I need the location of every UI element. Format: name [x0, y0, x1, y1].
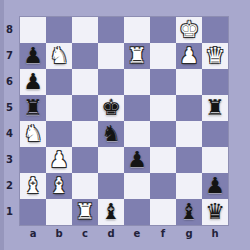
square-e3[interactable]: ♟: [124, 147, 150, 173]
black-bishop-d1[interactable]: ♝: [98, 199, 124, 225]
square-a5[interactable]: ♜: [20, 95, 46, 121]
file-label-e: e: [124, 225, 150, 243]
square-c3[interactable]: [72, 147, 98, 173]
square-e6[interactable]: [124, 69, 150, 95]
file-label-d: d: [98, 225, 124, 243]
file-label-f: f: [150, 225, 176, 243]
square-c6[interactable]: [72, 69, 98, 95]
square-g4[interactable]: [176, 121, 202, 147]
square-e2[interactable]: [124, 173, 150, 199]
square-d7[interactable]: [98, 43, 124, 69]
square-c2[interactable]: [72, 173, 98, 199]
square-c1[interactable]: ♜: [72, 199, 98, 225]
black-pawn-a7[interactable]: ♟: [20, 43, 46, 69]
square-g6[interactable]: [176, 69, 202, 95]
white-knight-b7[interactable]: ♞: [46, 43, 72, 69]
file-labels: abcdefgh: [20, 225, 228, 243]
black-pawn-e3[interactable]: ♟: [124, 147, 150, 173]
square-b7[interactable]: ♞: [46, 43, 72, 69]
square-d3[interactable]: [98, 147, 124, 173]
square-a4[interactable]: ♞: [20, 121, 46, 147]
square-d2[interactable]: [98, 173, 124, 199]
square-b3[interactable]: ♟: [46, 147, 72, 173]
file-label-b: b: [46, 225, 72, 243]
square-d8[interactable]: [98, 17, 124, 43]
square-c8[interactable]: [72, 17, 98, 43]
square-h5[interactable]: ♜: [202, 95, 228, 121]
white-bishop-a2[interactable]: ♝: [20, 173, 46, 199]
square-d6[interactable]: [98, 69, 124, 95]
square-b5[interactable]: [46, 95, 72, 121]
square-g1[interactable]: ♝: [176, 199, 202, 225]
rank-label-4: 4: [0, 121, 19, 147]
square-g2[interactable]: [176, 173, 202, 199]
rank-label-5: 5: [0, 95, 19, 121]
rank-label-6: 6: [0, 69, 19, 95]
square-h4[interactable]: [202, 121, 228, 147]
square-d4[interactable]: ♞: [98, 121, 124, 147]
square-a8[interactable]: [20, 17, 46, 43]
square-e7[interactable]: ♜: [124, 43, 150, 69]
file-label-a: a: [20, 225, 46, 243]
square-e4[interactable]: [124, 121, 150, 147]
square-f6[interactable]: [150, 69, 176, 95]
square-f8[interactable]: [150, 17, 176, 43]
black-rook-a5[interactable]: ♜: [20, 95, 46, 121]
square-a6[interactable]: ♟: [20, 69, 46, 95]
rank-label-8: 8: [0, 17, 19, 43]
rank-labels: 87654321: [0, 17, 19, 225]
black-pawn-a6[interactable]: ♟: [20, 69, 46, 95]
black-rook-h5[interactable]: ♜: [202, 95, 228, 121]
square-c4[interactable]: [72, 121, 98, 147]
square-f3[interactable]: [150, 147, 176, 173]
square-h6[interactable]: [202, 69, 228, 95]
square-f4[interactable]: [150, 121, 176, 147]
square-b6[interactable]: [46, 69, 72, 95]
square-b2[interactable]: ♝: [46, 173, 72, 199]
square-f1[interactable]: [150, 199, 176, 225]
square-c5[interactable]: [72, 95, 98, 121]
square-a7[interactable]: ♟: [20, 43, 46, 69]
square-g7[interactable]: ♟: [176, 43, 202, 69]
square-e8[interactable]: [124, 17, 150, 43]
file-label-c: c: [72, 225, 98, 243]
square-e5[interactable]: [124, 95, 150, 121]
square-b1[interactable]: [46, 199, 72, 225]
white-rook-e7[interactable]: ♜: [124, 43, 150, 69]
square-g3[interactable]: [176, 147, 202, 173]
square-h3[interactable]: [202, 147, 228, 173]
chess-board: ♚♟♞♜♟♛♟♜♚♜♞♞♟♟♝♝♟♜♝♝♛: [20, 17, 228, 225]
chess-board-screenshot: 87654321 ♚♟♞♜♟♛♟♜♚♜♞♞♟♟♝♝♟♜♝♝♛ abcdefgh: [0, 0, 250, 250]
black-bishop-g1[interactable]: ♝: [176, 199, 202, 225]
rank-label-2: 2: [0, 173, 19, 199]
rank-label-1: 1: [0, 199, 19, 225]
square-c7[interactable]: [72, 43, 98, 69]
white-queen-h7[interactable]: ♛: [202, 43, 228, 69]
square-h1[interactable]: ♛: [202, 199, 228, 225]
white-pawn-g7[interactable]: ♟: [176, 43, 202, 69]
white-king-g8[interactable]: ♚: [176, 17, 202, 43]
black-queen-h1[interactable]: ♛: [202, 199, 228, 225]
rank-label-7: 7: [0, 43, 19, 69]
white-knight-a4[interactable]: ♞: [20, 121, 46, 147]
square-d5[interactable]: ♚: [98, 95, 124, 121]
white-pawn-b3[interactable]: ♟: [46, 147, 72, 173]
black-pawn-h2[interactable]: ♟: [202, 173, 228, 199]
black-king-d5[interactable]: ♚: [98, 95, 124, 121]
square-e1[interactable]: [124, 199, 150, 225]
square-g8[interactable]: ♚: [176, 17, 202, 43]
square-h2[interactable]: ♟: [202, 173, 228, 199]
square-h7[interactable]: ♛: [202, 43, 228, 69]
white-bishop-b2[interactable]: ♝: [46, 173, 72, 199]
black-knight-d4[interactable]: ♞: [98, 121, 124, 147]
square-a1[interactable]: [20, 199, 46, 225]
white-rook-c1[interactable]: ♜: [72, 199, 98, 225]
square-b8[interactable]: [46, 17, 72, 43]
square-b4[interactable]: [46, 121, 72, 147]
square-g5[interactable]: [176, 95, 202, 121]
square-f2[interactable]: [150, 173, 176, 199]
file-label-h: h: [202, 225, 228, 243]
square-d1[interactable]: ♝: [98, 199, 124, 225]
square-f7[interactable]: [150, 43, 176, 69]
square-a2[interactable]: ♝: [20, 173, 46, 199]
file-label-g: g: [176, 225, 202, 243]
square-f5[interactable]: [150, 95, 176, 121]
rank-label-3: 3: [0, 147, 19, 173]
square-a3[interactable]: [20, 147, 46, 173]
square-h8[interactable]: [202, 17, 228, 43]
